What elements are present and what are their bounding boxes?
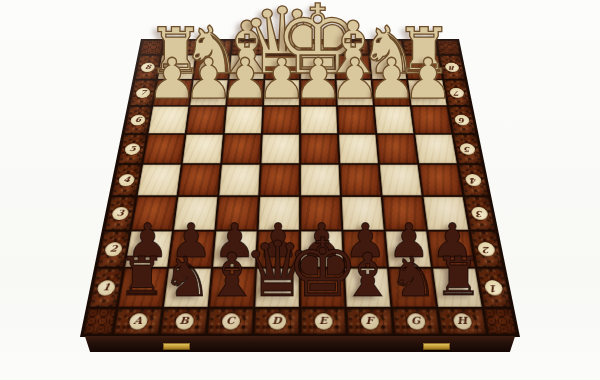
board-side-edge: [80, 336, 520, 352]
rank-label-right-6-text: 6: [454, 114, 470, 125]
piece-dark-rook-h1[interactable]: ♜: [435, 252, 483, 305]
file-label-bottom-a-text: A: [128, 313, 148, 329]
rank-label-right-5: 5: [453, 135, 482, 164]
square-c4[interactable]: [219, 165, 259, 196]
square-f5[interactable]: [339, 135, 378, 164]
file-label-bottom-h-text: H: [452, 313, 472, 329]
chess-set-photo: ABCDEFGH8877665544332211ABCDEFGH ♜♞♝♛♚♝♞…: [0, 0, 600, 380]
file-label-bottom-g: G: [393, 309, 440, 334]
file-label-bottom-d-text: D: [268, 313, 286, 329]
piece-dark-knight-g1[interactable]: ♞: [388, 250, 437, 305]
rank-label-left-1-text: 1: [96, 280, 116, 295]
file-label-bottom-a: A: [113, 309, 161, 334]
rank-label-right-4: 4: [459, 165, 489, 196]
square-g5[interactable]: [377, 135, 417, 164]
square-h5[interactable]: [415, 135, 457, 164]
square-e5[interactable]: [301, 135, 339, 164]
square-c5[interactable]: [222, 135, 261, 164]
square-g4[interactable]: [380, 165, 422, 196]
board-corner-bottom-left: [84, 309, 116, 334]
rank-label-left-4: 4: [112, 165, 142, 196]
board-corner-bottom-right: [484, 309, 516, 334]
square-h4[interactable]: [419, 165, 462, 196]
rank-label-right-5-text: 5: [459, 143, 476, 154]
file-label-bottom-g-text: G: [406, 313, 426, 329]
rank-label-right-4-text: 4: [465, 174, 483, 186]
file-label-bottom-c-text: C: [221, 313, 240, 329]
square-d4[interactable]: [260, 165, 299, 196]
square-a4[interactable]: [138, 165, 181, 196]
file-label-bottom-f-text: F: [360, 313, 379, 329]
brass-hinge-right-icon: [423, 343, 450, 350]
file-label-bottom-h: H: [438, 309, 486, 334]
piece-dark-bishop-f1[interactable]: ♝: [341, 246, 395, 306]
rank-label-left-5: 5: [118, 135, 147, 164]
piece-light-pawn-h7[interactable]: ♟: [403, 52, 453, 108]
rank-label-right-1-text: 1: [484, 280, 504, 295]
piece-dark-rook-a1[interactable]: ♜: [118, 252, 166, 305]
square-b5[interactable]: [183, 135, 223, 164]
square-e4[interactable]: [301, 165, 340, 196]
square-a5[interactable]: [143, 135, 185, 164]
square-b4[interactable]: [178, 165, 220, 196]
square-d5[interactable]: [261, 135, 299, 164]
brass-hinge-left-icon: [163, 343, 190, 350]
file-label-bottom-b-text: B: [174, 313, 194, 329]
rank-label-left-6-text: 6: [130, 114, 146, 125]
rank-label-left-5-text: 5: [124, 143, 141, 154]
file-label-bottom-b: B: [160, 309, 207, 334]
rank-label-left-4-text: 4: [118, 174, 136, 186]
square-f4[interactable]: [340, 165, 380, 196]
